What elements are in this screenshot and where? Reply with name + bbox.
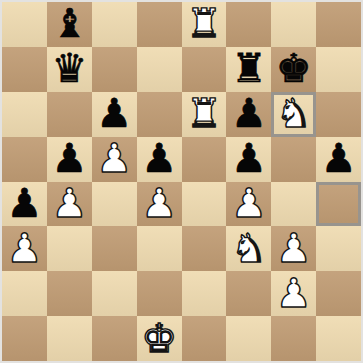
square-f2[interactable] (226, 271, 271, 316)
piece-white-pawn-g3[interactable]: ♟ (276, 228, 312, 268)
square-b8[interactable]: ♝ (47, 2, 92, 47)
chess-board-container: ♝♜♛♜♚♟♜♟♞♟♟♟♟♟♟♟♟♟♟♞♟♟♚ (0, 0, 363, 363)
square-g3[interactable]: ♟ (271, 226, 316, 271)
square-c8[interactable] (92, 2, 137, 47)
square-c1[interactable] (92, 316, 137, 361)
piece-white-pawn-d4[interactable]: ♟ (141, 183, 177, 223)
square-c2[interactable] (92, 271, 137, 316)
piece-black-pawn-h5[interactable]: ♟ (321, 138, 357, 178)
square-d7[interactable] (137, 47, 182, 92)
square-a2[interactable] (2, 271, 47, 316)
piece-black-queen-b7[interactable]: ♛ (51, 48, 87, 88)
piece-black-pawn-b5[interactable]: ♟ (51, 138, 87, 178)
square-e2[interactable] (182, 271, 227, 316)
square-d5[interactable]: ♟ (137, 137, 182, 182)
square-f7[interactable]: ♜ (226, 47, 271, 92)
square-d3[interactable] (137, 226, 182, 271)
square-c3[interactable] (92, 226, 137, 271)
square-h2[interactable] (316, 271, 361, 316)
square-a6[interactable] (2, 92, 47, 137)
square-d1[interactable]: ♚ (137, 316, 182, 361)
square-e3[interactable] (182, 226, 227, 271)
square-a3[interactable]: ♟ (2, 226, 47, 271)
square-f6[interactable]: ♟ (226, 92, 271, 137)
piece-black-pawn-a4[interactable]: ♟ (7, 183, 43, 223)
square-f3[interactable]: ♞ (226, 226, 271, 271)
square-c4[interactable] (92, 182, 137, 227)
piece-black-pawn-c6[interactable]: ♟ (96, 93, 132, 133)
piece-black-rook-f7[interactable]: ♜ (231, 48, 267, 88)
square-h8[interactable] (316, 2, 361, 47)
piece-white-pawn-c5[interactable]: ♟ (96, 138, 132, 178)
square-g8[interactable] (271, 2, 316, 47)
square-h6[interactable] (316, 92, 361, 137)
square-c5[interactable]: ♟ (92, 137, 137, 182)
piece-black-pawn-f6[interactable]: ♟ (231, 93, 267, 133)
square-b5[interactable]: ♟ (47, 137, 92, 182)
square-f4[interactable]: ♟ (226, 182, 271, 227)
square-f1[interactable] (226, 316, 271, 361)
square-d6[interactable] (137, 92, 182, 137)
square-h5[interactable]: ♟ (316, 137, 361, 182)
square-h4-lastmove-highlight[interactable] (316, 182, 361, 227)
square-g2[interactable]: ♟ (271, 271, 316, 316)
square-b3[interactable] (47, 226, 92, 271)
piece-white-king-d1[interactable]: ♚ (141, 318, 177, 358)
square-f8[interactable] (226, 2, 271, 47)
square-b4[interactable]: ♟ (47, 182, 92, 227)
square-h1[interactable] (316, 316, 361, 361)
square-g6-lastmove-highlight[interactable]: ♞ (271, 92, 316, 137)
square-a4[interactable]: ♟ (2, 182, 47, 227)
square-b1[interactable] (47, 316, 92, 361)
piece-white-pawn-f4[interactable]: ♟ (231, 183, 267, 223)
piece-white-pawn-a3[interactable]: ♟ (7, 228, 43, 268)
piece-white-knight-g6[interactable]: ♞ (276, 93, 312, 133)
square-f5[interactable]: ♟ (226, 137, 271, 182)
square-g7[interactable]: ♚ (271, 47, 316, 92)
piece-black-pawn-d5[interactable]: ♟ (141, 138, 177, 178)
square-a8[interactable] (2, 2, 47, 47)
piece-white-rook-e6[interactable]: ♜ (186, 93, 222, 133)
piece-white-pawn-g2[interactable]: ♟ (276, 273, 312, 313)
piece-white-rook-e8[interactable]: ♜ (186, 3, 222, 43)
square-e6[interactable]: ♜ (182, 92, 227, 137)
piece-black-bishop-b8[interactable]: ♝ (51, 3, 87, 43)
piece-white-pawn-b4[interactable]: ♟ (51, 183, 87, 223)
square-b7[interactable]: ♛ (47, 47, 92, 92)
square-a1[interactable] (2, 316, 47, 361)
square-g4[interactable] (271, 182, 316, 227)
square-e4[interactable] (182, 182, 227, 227)
chess-board: ♝♜♛♜♚♟♜♟♞♟♟♟♟♟♟♟♟♟♟♞♟♟♚ (0, 0, 363, 363)
square-b6[interactable] (47, 92, 92, 137)
piece-black-pawn-f5[interactable]: ♟ (231, 138, 267, 178)
piece-white-knight-f3[interactable]: ♞ (231, 228, 267, 268)
square-g1[interactable] (271, 316, 316, 361)
square-d8[interactable] (137, 2, 182, 47)
square-c6[interactable]: ♟ (92, 92, 137, 137)
square-d4[interactable]: ♟ (137, 182, 182, 227)
square-h7[interactable] (316, 47, 361, 92)
square-d2[interactable] (137, 271, 182, 316)
square-e1[interactable] (182, 316, 227, 361)
square-a5[interactable] (2, 137, 47, 182)
square-e5[interactable] (182, 137, 227, 182)
square-h3[interactable] (316, 226, 361, 271)
piece-black-king-g7[interactable]: ♚ (276, 48, 312, 88)
square-a7[interactable] (2, 47, 47, 92)
square-b2[interactable] (47, 271, 92, 316)
square-g5[interactable] (271, 137, 316, 182)
square-e8[interactable]: ♜ (182, 2, 227, 47)
square-c7[interactable] (92, 47, 137, 92)
square-e7[interactable] (182, 47, 227, 92)
